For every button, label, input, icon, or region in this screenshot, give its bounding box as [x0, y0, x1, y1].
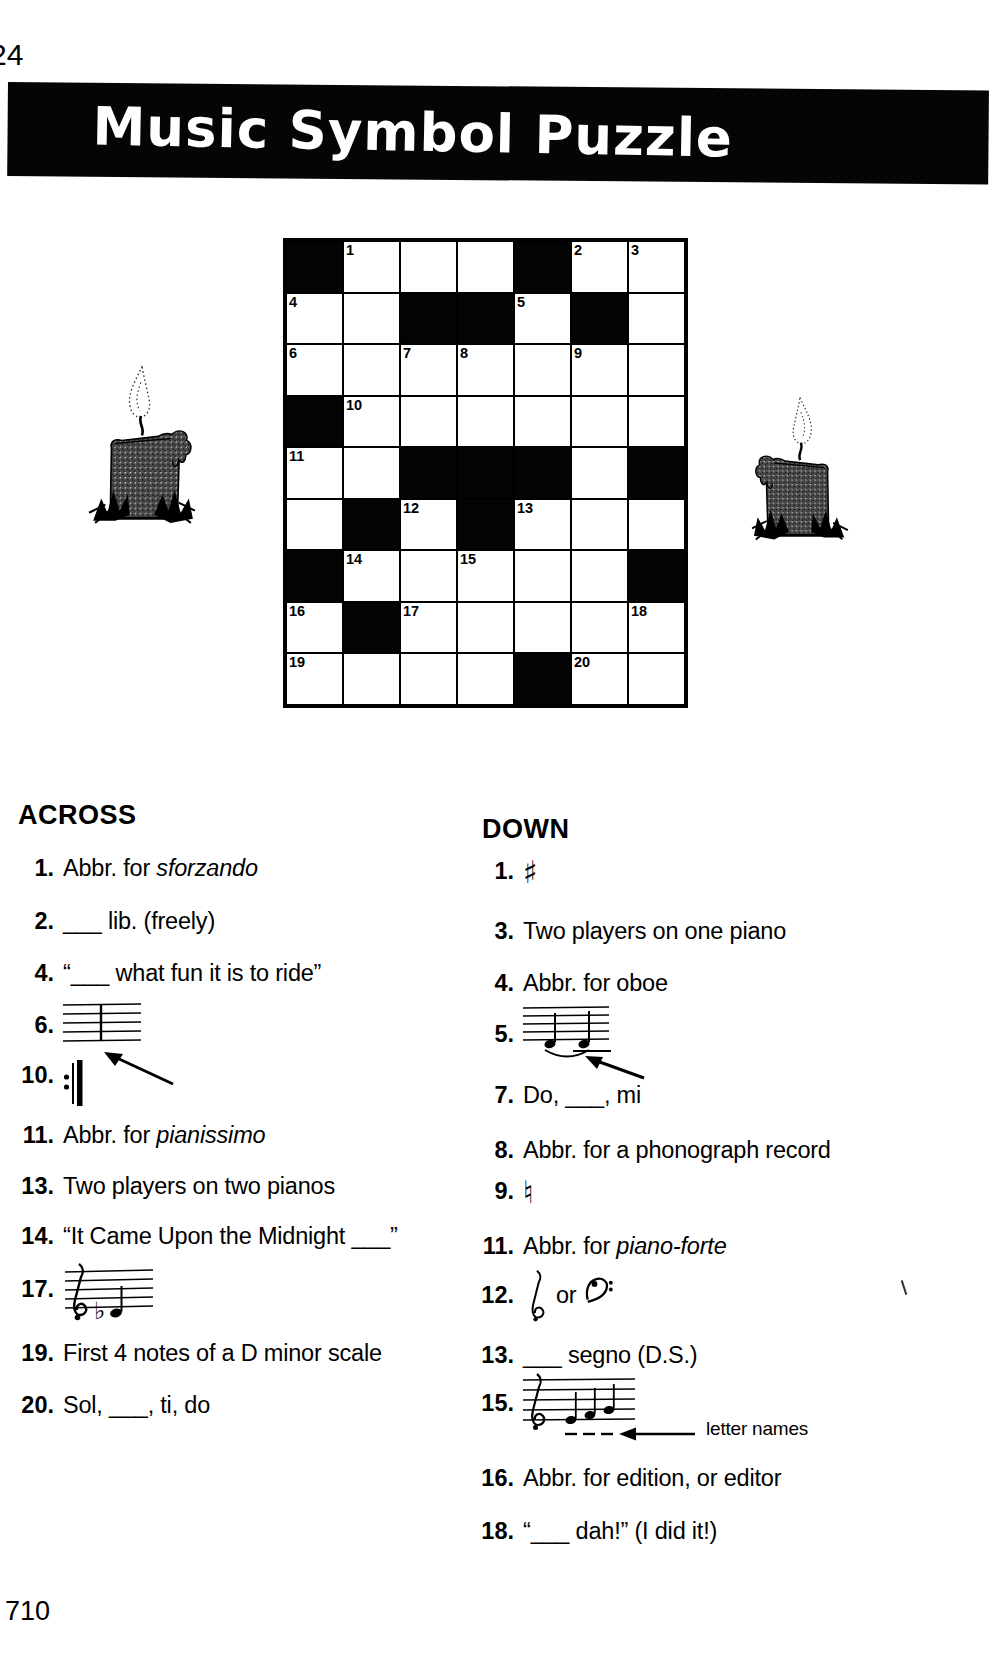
clue-text: or — [523, 1268, 614, 1322]
clue-number: 1. — [462, 856, 514, 886]
cell-number: 13 — [517, 500, 533, 516]
cell-number: 9 — [574, 345, 582, 361]
grid-cell-block — [457, 499, 514, 551]
clue-text: Abbr. for oboe — [523, 968, 668, 998]
clue-number: 18. — [462, 1516, 514, 1546]
clue-number: 2. — [10, 906, 54, 936]
down-clue: 8.Abbr. for a phonograph record — [462, 1135, 992, 1165]
clue-number: 7. — [462, 1080, 514, 1110]
clue-number: 15. — [462, 1388, 514, 1418]
grid-cell[interactable] — [400, 550, 457, 602]
cell-number: 10 — [346, 397, 362, 413]
clue-text: “___ what fun it is to ride” — [63, 958, 321, 988]
clue-text: ♯ — [523, 856, 538, 890]
cell-number: 1 — [346, 242, 354, 258]
clue-number: 8. — [462, 1135, 514, 1165]
or-text: or — [556, 1280, 577, 1310]
grid-cell[interactable] — [457, 602, 514, 654]
candle-illustration-left — [80, 360, 204, 528]
clue-number: 20. — [10, 1390, 54, 1420]
grid-cell[interactable] — [400, 241, 457, 293]
down-clue: 3.Two players on one piano — [462, 916, 992, 946]
cell-number: 2 — [574, 242, 582, 258]
clue-number: 1. — [10, 853, 54, 883]
clue-text: Abbr. for edition, or editor — [523, 1463, 781, 1493]
candle-icon — [80, 360, 204, 528]
grid-cell-block — [457, 447, 514, 499]
grid-cell[interactable] — [571, 602, 628, 654]
cell-number: 6 — [289, 345, 297, 361]
grid-cell-block — [514, 241, 571, 293]
grid-cell-block — [286, 396, 343, 448]
down-clue: 9.♮ — [462, 1176, 992, 1210]
down-clue: 18.“___ dah!” (I did it!) — [462, 1516, 992, 1546]
down-clue: 1.♯ — [462, 856, 992, 890]
grid-cell[interactable] — [343, 447, 400, 499]
puzzle-page: 24 Music Symbol Puzzle 12345678910111213… — [0, 0, 1000, 1677]
grid-cell[interactable] — [286, 499, 343, 551]
clue-text: Abbr. for piano-forte — [523, 1231, 727, 1261]
grid-cell-block — [514, 653, 571, 705]
bass-clef-icon — [584, 1276, 614, 1303]
grid-cell[interactable] — [514, 550, 571, 602]
down-clue: 13.___ segno (D.S.) — [462, 1340, 992, 1370]
cell-number: 20 — [574, 654, 590, 670]
grid-cell[interactable]: 16 — [286, 602, 343, 654]
tied-notes-icon — [523, 1005, 658, 1085]
cell-number: 16 — [289, 603, 305, 619]
clue-number: 3. — [462, 916, 514, 946]
grid-cell[interactable] — [628, 653, 685, 705]
down-clue: 4.Abbr. for oboe — [462, 968, 992, 998]
clue-text: Abbr. for sforzando — [63, 853, 258, 883]
cell-number: 4 — [289, 294, 297, 310]
grid-cell[interactable]: 7 — [400, 344, 457, 396]
down-clue: 5. — [462, 1005, 992, 1085]
grid-cell[interactable]: 15 — [457, 550, 514, 602]
cell-number: 19 — [289, 654, 305, 670]
grid-cell-block — [286, 550, 343, 602]
clue-number: 19. — [10, 1338, 54, 1368]
sharp-sign-icon: ♯ — [523, 854, 538, 890]
eflat-staff-icon: ♭ — [63, 1258, 155, 1332]
grid-cell[interactable]: 6 — [286, 344, 343, 396]
grid-cell-block — [571, 293, 628, 345]
grid-cell[interactable]: 5 — [514, 293, 571, 345]
three-notes-icon — [523, 1372, 703, 1450]
grid-cell-block — [514, 447, 571, 499]
repeat-sign-icon — [63, 1058, 85, 1106]
page-number-bottom: 710 — [5, 1596, 50, 1627]
grid-cell[interactable]: 1 — [343, 241, 400, 293]
page-number-top: 24 — [0, 38, 23, 72]
cell-number: 18 — [631, 603, 647, 619]
clue-text: letter names — [523, 1372, 808, 1450]
clue-text — [523, 1005, 658, 1085]
clue-number: 5. — [462, 1019, 514, 1049]
cell-number: 14 — [346, 551, 362, 567]
cell-number: 5 — [517, 294, 525, 310]
grid-cell[interactable] — [343, 344, 400, 396]
letter-names-label: letter names — [706, 1414, 808, 1444]
clue-number: 6. — [10, 1010, 54, 1040]
grid-cell-block — [286, 241, 343, 293]
across-heading: ACROSS — [18, 800, 137, 831]
grid-cell-block — [343, 602, 400, 654]
grid-cell-block — [628, 447, 685, 499]
down-clue: 16.Abbr. for edition, or editor — [462, 1463, 992, 1493]
grid-cell[interactable] — [457, 653, 514, 705]
across-clue: 13.Two players on two pianos — [10, 1171, 456, 1201]
clue-text — [63, 1058, 85, 1106]
grid-cell[interactable]: 12 — [400, 499, 457, 551]
clue-number: 13. — [462, 1340, 514, 1370]
candle-icon — [744, 392, 856, 544]
cell-number: 3 — [631, 242, 639, 258]
clue-text: Two players on one piano — [523, 916, 786, 946]
grid-cell[interactable]: 13 — [514, 499, 571, 551]
clue-text: ♮ — [523, 1176, 534, 1210]
clue-number: 9. — [462, 1176, 514, 1206]
clue-number: 17. — [10, 1274, 54, 1304]
clue-number: 4. — [10, 958, 54, 988]
clue-number: 14. — [10, 1221, 54, 1251]
grid-cell[interactable] — [571, 396, 628, 448]
cell-number: 12 — [403, 500, 419, 516]
grid-cell[interactable] — [571, 550, 628, 602]
grid-cell-block — [343, 499, 400, 551]
page-title: Music Symbol Puzzle — [92, 95, 903, 172]
grid-cell[interactable]: 19 — [286, 653, 343, 705]
cell-number: 7 — [403, 345, 411, 361]
grid-cell[interactable]: 10 — [343, 396, 400, 448]
down-heading: DOWN — [482, 814, 569, 845]
across-clue: 11.Abbr. for pianissimo — [10, 1120, 456, 1150]
clue-text: Abbr. for pianissimo — [63, 1120, 265, 1150]
across-clue: 14.“It Came Upon the Midnight ___” — [10, 1221, 456, 1251]
clue-number: 10. — [10, 1060, 54, 1090]
grid-cell[interactable]: 17 — [400, 602, 457, 654]
grid-cell[interactable] — [514, 396, 571, 448]
across-clue: 20.Sol, ___, ti, do — [10, 1390, 456, 1420]
clue-text: “___ dah!” (I did it!) — [523, 1516, 717, 1546]
across-clue: 19.First 4 notes of a D minor scale — [10, 1338, 456, 1368]
candle-illustration-right — [744, 392, 856, 544]
grid-cell[interactable] — [571, 499, 628, 551]
clue-text: Two players on two pianos — [63, 1171, 335, 1201]
grid-cell[interactable]: 18 — [628, 602, 685, 654]
grid-cell-block — [400, 447, 457, 499]
clue-text: “It Came Upon the Midnight ___” — [63, 1221, 398, 1251]
down-clue: 15.letter names — [462, 1372, 992, 1450]
cell-number: 17 — [403, 603, 419, 619]
grid-cell[interactable] — [457, 396, 514, 448]
grid-cell[interactable] — [343, 653, 400, 705]
clue-number: 11. — [10, 1120, 54, 1150]
arrow-icon — [585, 1056, 644, 1078]
clue-number: 11. — [462, 1231, 514, 1261]
grid-cell[interactable]: 11 — [286, 447, 343, 499]
across-clue: 2.___ lib. (freely) — [10, 906, 456, 936]
natural-sign-icon: ♮ — [523, 1174, 534, 1210]
clue-text: Abbr. for a phonograph record — [523, 1135, 831, 1165]
grid-cell[interactable] — [628, 293, 685, 345]
grid-cell[interactable]: 20 — [571, 653, 628, 705]
svg-text:♭: ♭ — [94, 1297, 105, 1325]
across-clue: 17.♭ — [10, 1258, 456, 1332]
cell-number: 11 — [289, 448, 304, 464]
grid-cell[interactable] — [400, 396, 457, 448]
grid-cell[interactable]: 2 — [571, 241, 628, 293]
grid-cell[interactable] — [343, 293, 400, 345]
clue-text: ___ lib. (freely) — [63, 906, 215, 936]
clue-number: 12. — [462, 1280, 514, 1310]
across-clue: 1.Abbr. for sforzando — [10, 853, 456, 883]
grid-cell[interactable]: 14 — [343, 550, 400, 602]
grid-cell[interactable]: 3 — [628, 241, 685, 293]
grid-cell[interactable]: 4 — [286, 293, 343, 345]
clue-number: 13. — [10, 1171, 54, 1201]
grid-cell[interactable]: 9 — [571, 344, 628, 396]
grid-cell[interactable] — [628, 396, 685, 448]
grid-cell[interactable] — [514, 344, 571, 396]
grid-cell-block — [457, 293, 514, 345]
grid-cell[interactable] — [628, 344, 685, 396]
arrow-icon — [619, 1428, 695, 1441]
grid-cell[interactable] — [571, 447, 628, 499]
grid-cell[interactable] — [400, 653, 457, 705]
clue-text: ___ segno (D.S.) — [523, 1340, 697, 1370]
grid-cell-block — [400, 293, 457, 345]
clue-text: ♭ — [63, 1258, 155, 1332]
crossword-grid: 1234567891011121314151617181920 — [283, 238, 688, 708]
grid-cell[interactable]: 8 — [457, 344, 514, 396]
treble-clef-icon — [523, 1268, 549, 1322]
down-clue: 11.Abbr. for piano-forte — [462, 1231, 992, 1261]
grid-cell[interactable] — [628, 499, 685, 551]
clue-text: Do, ___, mi — [523, 1080, 641, 1110]
down-clue: 7.Do, ___, mi — [462, 1080, 992, 1110]
across-clue: 10. — [10, 1058, 456, 1106]
clue-number: 4. — [462, 968, 514, 998]
grid-cell-block — [628, 550, 685, 602]
title-banner: Music Symbol Puzzle — [7, 82, 989, 185]
clue-text: First 4 notes of a D minor scale — [63, 1338, 382, 1368]
clue-number: 16. — [462, 1463, 514, 1493]
cell-number: 15 — [460, 551, 476, 567]
across-clue: 4.“___ what fun it is to ride” — [10, 958, 456, 988]
grid-cell[interactable] — [514, 602, 571, 654]
cell-number: 8 — [460, 345, 468, 361]
clue-text: Sol, ___, ti, do — [63, 1390, 210, 1420]
grid-cell[interactable] — [457, 241, 514, 293]
down-clue: 12.or — [462, 1268, 992, 1322]
